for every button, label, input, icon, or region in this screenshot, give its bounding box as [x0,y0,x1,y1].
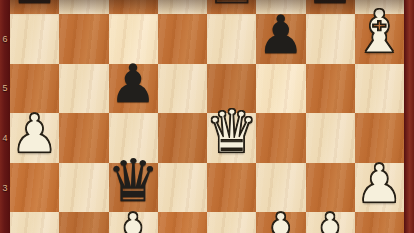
square-g7[interactable]: ♟ [306,0,355,14]
square-e6[interactable] [207,14,256,64]
square-c5[interactable]: ♟ [109,64,158,114]
piece-black-pawn-f6[interactable]: ♟ [257,11,305,60]
square-b3[interactable] [59,163,108,213]
square-h5[interactable] [355,64,404,114]
piece-black-pawn-a7[interactable]: ♟ [11,0,59,10]
piece-white-pawn-f2[interactable]: ♟ [257,209,305,233]
rank-label-5: 5 [0,83,10,93]
chess-board: ♟♜♟♟♝♟♟♛♛♟♟♟♟ [10,0,404,233]
square-d4[interactable] [158,113,207,163]
square-d2[interactable] [158,212,207,233]
square-b6[interactable] [59,14,108,64]
piece-white-queen-e4[interactable]: ♛ [205,105,258,159]
square-f6[interactable]: ♟ [256,14,305,64]
piece-white-pawn-a4[interactable]: ♟ [11,110,59,159]
square-e7[interactable]: ♜ [207,0,256,14]
square-b2[interactable] [59,212,108,233]
square-d6[interactable] [158,14,207,64]
square-g2[interactable]: ♟ [306,212,355,233]
piece-white-pawn-h3[interactable]: ♟ [356,160,404,209]
piece-black-pawn-c5[interactable]: ♟ [109,60,157,109]
square-c2[interactable]: ♟ [109,212,158,233]
chess-board-viewport: ♟♜♟♟♝♟♟♛♛♟♟♟♟ 6543 [0,0,414,233]
square-b4[interactable] [59,113,108,163]
rank-label-4: 4 [0,133,10,143]
square-e4[interactable]: ♛ [207,113,256,163]
square-d5[interactable] [158,64,207,114]
piece-black-pawn-g7[interactable]: ♟ [306,0,354,10]
board-border-right [404,0,414,233]
square-f4[interactable] [256,113,305,163]
square-b5[interactable] [59,64,108,114]
square-a4[interactable]: ♟ [10,113,59,163]
square-a3[interactable] [10,163,59,213]
square-e3[interactable] [207,163,256,213]
square-c7[interactable] [109,0,158,14]
piece-black-queen-c3[interactable]: ♛ [107,154,160,208]
piece-white-pawn-c2[interactable]: ♟ [109,209,157,233]
square-f2[interactable]: ♟ [256,212,305,233]
square-h2[interactable] [355,212,404,233]
square-d7[interactable] [158,0,207,14]
piece-white-pawn-g2[interactable]: ♟ [306,209,354,233]
square-g4[interactable] [306,113,355,163]
square-b7[interactable] [59,0,108,14]
square-g6[interactable] [306,14,355,64]
square-g5[interactable] [306,64,355,114]
rank-label-3: 3 [0,183,10,193]
piece-white-bishop-h6[interactable]: ♝ [353,5,406,59]
square-e2[interactable] [207,212,256,233]
square-a2[interactable] [10,212,59,233]
square-a7[interactable]: ♟ [10,0,59,14]
square-h3[interactable]: ♟ [355,163,404,213]
square-h6[interactable]: ♝ [355,14,404,64]
square-d3[interactable] [158,163,207,213]
square-a6[interactable] [10,14,59,64]
square-f5[interactable] [256,64,305,114]
piece-black-rook-e7[interactable]: ♜ [205,0,258,10]
rank-label-6: 6 [0,34,10,44]
